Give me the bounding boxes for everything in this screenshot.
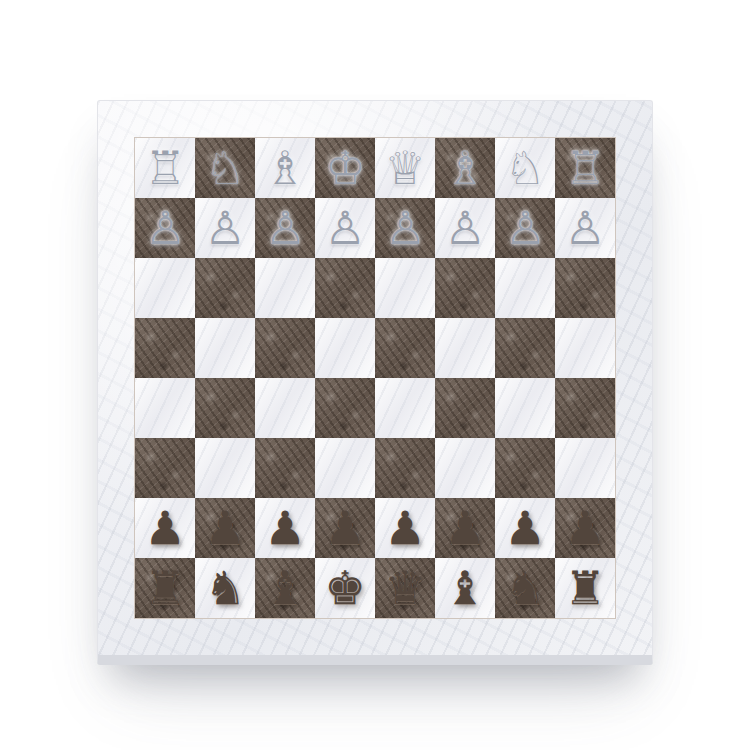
square-h4[interactable] <box>135 318 195 378</box>
square-h5[interactable] <box>135 378 195 438</box>
piece-white-pawn: ♙ <box>375 198 435 258</box>
square-f4[interactable] <box>255 318 315 378</box>
square-f7[interactable]: ♟ <box>255 498 315 558</box>
square-h8[interactable]: ♜ <box>135 558 195 618</box>
piece-white-king: ♔ <box>315 138 375 198</box>
square-d8[interactable]: ♛ <box>375 558 435 618</box>
square-f8[interactable]: ♝ <box>255 558 315 618</box>
square-g3[interactable] <box>195 258 255 318</box>
square-b6[interactable] <box>495 438 555 498</box>
piece-dark-pawn: ♟ <box>495 498 555 558</box>
square-b8[interactable]: ♞ <box>495 558 555 618</box>
square-f2[interactable]: ♙ <box>255 198 315 258</box>
square-b1[interactable]: ♘ <box>495 138 555 198</box>
piece-dark-pawn: ♟ <box>375 498 435 558</box>
square-h1[interactable]: ♖ <box>135 138 195 198</box>
piece-dark-queen: ♛ <box>375 558 435 618</box>
piece-white-bishop: ♗ <box>255 138 315 198</box>
square-a8[interactable]: ♜ <box>555 558 615 618</box>
square-b7[interactable]: ♟ <box>495 498 555 558</box>
square-h3[interactable] <box>135 258 195 318</box>
square-c8[interactable]: ♝ <box>435 558 495 618</box>
square-c2[interactable]: ♙ <box>435 198 495 258</box>
square-e7[interactable]: ♟ <box>315 498 375 558</box>
piece-dark-pawn: ♟ <box>135 498 195 558</box>
square-a5[interactable] <box>555 378 615 438</box>
square-g2[interactable]: ♙ <box>195 198 255 258</box>
square-g6[interactable] <box>195 438 255 498</box>
square-b2[interactable]: ♙ <box>495 198 555 258</box>
piece-white-pawn: ♙ <box>555 198 615 258</box>
square-a2[interactable]: ♙ <box>555 198 615 258</box>
square-h2[interactable]: ♙ <box>135 198 195 258</box>
piece-white-rook: ♖ <box>555 138 615 198</box>
square-d1[interactable]: ♕ <box>375 138 435 198</box>
piece-dark-knight: ♞ <box>495 558 555 618</box>
square-c1[interactable]: ♗ <box>435 138 495 198</box>
piece-dark-pawn: ♟ <box>255 498 315 558</box>
square-d7[interactable]: ♟ <box>375 498 435 558</box>
square-g5[interactable] <box>195 378 255 438</box>
square-c7[interactable]: ♟ <box>435 498 495 558</box>
piece-white-pawn: ♙ <box>195 198 255 258</box>
square-f1[interactable]: ♗ <box>255 138 315 198</box>
piece-white-pawn: ♙ <box>135 198 195 258</box>
square-c5[interactable] <box>435 378 495 438</box>
square-d5[interactable] <box>375 378 435 438</box>
marble-board-frame: ♖♘♗♔♕♗♘♖♙♙♙♙♙♙♙♙♟♟♟♟♟♟♟♟♜♞♝♚♛♝♞♜ <box>97 100 653 665</box>
square-c4[interactable] <box>435 318 495 378</box>
square-e8[interactable]: ♚ <box>315 558 375 618</box>
square-d2[interactable]: ♙ <box>375 198 435 258</box>
square-g7[interactable]: ♟ <box>195 498 255 558</box>
square-b4[interactable] <box>495 318 555 378</box>
square-c3[interactable] <box>435 258 495 318</box>
square-b3[interactable] <box>495 258 555 318</box>
square-e4[interactable] <box>315 318 375 378</box>
square-e3[interactable] <box>315 258 375 318</box>
piece-dark-pawn: ♟ <box>435 498 495 558</box>
piece-white-knight: ♘ <box>195 138 255 198</box>
product-photo-scene: ♖♘♗♔♕♗♘♖♙♙♙♙♙♙♙♙♟♟♟♟♟♟♟♟♜♞♝♚♛♝♞♜ <box>0 0 750 750</box>
chess-board: ♖♘♗♔♕♗♘♖♙♙♙♙♙♙♙♙♟♟♟♟♟♟♟♟♜♞♝♚♛♝♞♜ <box>97 100 653 665</box>
square-e1[interactable]: ♔ <box>315 138 375 198</box>
piece-dark-king: ♚ <box>315 558 375 618</box>
square-e6[interactable] <box>315 438 375 498</box>
piece-dark-bishop: ♝ <box>435 558 495 618</box>
square-h6[interactable] <box>135 438 195 498</box>
piece-dark-knight: ♞ <box>195 558 255 618</box>
piece-dark-pawn: ♟ <box>555 498 615 558</box>
square-e5[interactable] <box>315 378 375 438</box>
square-f6[interactable] <box>255 438 315 498</box>
square-f5[interactable] <box>255 378 315 438</box>
piece-dark-rook: ♜ <box>555 558 615 618</box>
square-a1[interactable]: ♖ <box>555 138 615 198</box>
square-e2[interactable]: ♙ <box>315 198 375 258</box>
square-a7[interactable]: ♟ <box>555 498 615 558</box>
square-f3[interactable] <box>255 258 315 318</box>
piece-dark-pawn: ♟ <box>195 498 255 558</box>
square-d4[interactable] <box>375 318 435 378</box>
square-a3[interactable] <box>555 258 615 318</box>
piece-white-pawn: ♙ <box>495 198 555 258</box>
square-g4[interactable] <box>195 318 255 378</box>
piece-dark-pawn: ♟ <box>315 498 375 558</box>
piece-white-rook: ♖ <box>135 138 195 198</box>
piece-white-knight: ♘ <box>495 138 555 198</box>
board-grid: ♖♘♗♔♕♗♘♖♙♙♙♙♙♙♙♙♟♟♟♟♟♟♟♟♜♞♝♚♛♝♞♜ <box>135 138 615 618</box>
square-g8[interactable]: ♞ <box>195 558 255 618</box>
piece-white-pawn: ♙ <box>435 198 495 258</box>
square-a6[interactable] <box>555 438 615 498</box>
piece-dark-rook: ♜ <box>135 558 195 618</box>
square-a4[interactable] <box>555 318 615 378</box>
square-h7[interactable]: ♟ <box>135 498 195 558</box>
square-b5[interactable] <box>495 378 555 438</box>
square-d6[interactable] <box>375 438 435 498</box>
piece-white-pawn: ♙ <box>315 198 375 258</box>
piece-white-queen: ♕ <box>375 138 435 198</box>
square-c6[interactable] <box>435 438 495 498</box>
square-d3[interactable] <box>375 258 435 318</box>
piece-white-bishop: ♗ <box>435 138 495 198</box>
piece-dark-bishop: ♝ <box>255 558 315 618</box>
piece-white-pawn: ♙ <box>255 198 315 258</box>
square-g1[interactable]: ♘ <box>195 138 255 198</box>
